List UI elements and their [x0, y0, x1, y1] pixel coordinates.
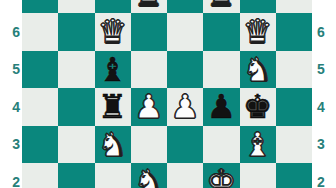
square-c2[interactable]: [95, 163, 131, 188]
square-g2[interactable]: [240, 163, 276, 188]
square-h3[interactable]: [276, 126, 312, 164]
rank-label-5-left: 5: [0, 60, 22, 78]
square-c5[interactable]: ♝: [95, 51, 131, 89]
square-d6[interactable]: [131, 13, 167, 51]
square-f5[interactable]: [203, 51, 239, 89]
square-e7[interactable]: [167, 0, 203, 13]
square-f3[interactable]: [203, 126, 239, 164]
square-d5[interactable]: [131, 51, 167, 89]
square-a7[interactable]: [22, 0, 58, 13]
square-e5[interactable]: [167, 51, 203, 89]
white-queen[interactable]: ♛: [95, 13, 131, 51]
white-king[interactable]: ♚: [203, 163, 239, 188]
square-g4[interactable]: ♚: [240, 88, 276, 126]
square-b3[interactable]: [58, 126, 94, 164]
square-e6[interactable]: [167, 13, 203, 51]
white-rook[interactable]: ♜: [203, 0, 239, 13]
square-b5[interactable]: [58, 51, 94, 89]
square-a6[interactable]: [22, 13, 58, 51]
chess-board-screenshot: ♜♜♛♛♝♞♜♟♟♟♚♞♝♞♚ 65432 65432: [0, 0, 336, 188]
square-g3[interactable]: ♝: [240, 126, 276, 164]
square-e2[interactable]: [167, 163, 203, 188]
black-bishop[interactable]: ♝: [95, 51, 131, 89]
rank-label-4-left: 4: [0, 98, 22, 116]
square-d7[interactable]: ♜: [131, 0, 167, 13]
square-h7[interactable]: [276, 0, 312, 13]
square-h2[interactable]: [276, 163, 312, 188]
square-b2[interactable]: [58, 163, 94, 188]
white-knight[interactable]: ♞: [131, 163, 167, 188]
square-g5[interactable]: ♞: [240, 51, 276, 89]
white-knight[interactable]: ♞: [240, 51, 276, 89]
chess-board[interactable]: ♜♜♛♛♝♞♜♟♟♟♚♞♝♞♚: [22, 0, 312, 188]
rank-label-6-right: 6: [317, 23, 336, 41]
square-a3[interactable]: [22, 126, 58, 164]
square-h5[interactable]: [276, 51, 312, 89]
square-c3[interactable]: ♞: [95, 126, 131, 164]
square-h4[interactable]: [276, 88, 312, 126]
square-a4[interactable]: [22, 88, 58, 126]
square-f2[interactable]: ♚: [203, 163, 239, 188]
black-pawn[interactable]: ♟: [203, 88, 239, 126]
rank-label-3-right: 3: [317, 135, 336, 153]
rank-label-3-left: 3: [0, 135, 22, 153]
square-d3[interactable]: [131, 126, 167, 164]
white-pawn[interactable]: ♟: [167, 88, 203, 126]
black-rook[interactable]: ♜: [95, 88, 131, 126]
square-f6[interactable]: [203, 13, 239, 51]
square-f7[interactable]: ♜: [203, 0, 239, 13]
square-e3[interactable]: [167, 126, 203, 164]
square-a2[interactable]: [22, 163, 58, 188]
square-f4[interactable]: ♟: [203, 88, 239, 126]
square-d4[interactable]: ♟: [131, 88, 167, 126]
rank-label-2-left: 2: [0, 173, 22, 188]
square-c4[interactable]: ♜: [95, 88, 131, 126]
square-d2[interactable]: ♞: [131, 163, 167, 188]
white-pawn[interactable]: ♟: [131, 88, 167, 126]
white-knight[interactable]: ♞: [95, 126, 131, 164]
square-b7[interactable]: [58, 0, 94, 13]
white-queen[interactable]: ♛: [240, 13, 276, 51]
white-rook[interactable]: ♜: [131, 0, 167, 13]
square-e4[interactable]: ♟: [167, 88, 203, 126]
rank-label-2-right: 2: [317, 173, 336, 188]
black-king[interactable]: ♚: [240, 88, 276, 126]
square-b6[interactable]: [58, 13, 94, 51]
square-c6[interactable]: ♛: [95, 13, 131, 51]
square-h6[interactable]: [276, 13, 312, 51]
white-bishop[interactable]: ♝: [240, 126, 276, 164]
square-a5[interactable]: [22, 51, 58, 89]
square-c7[interactable]: [95, 0, 131, 13]
square-g7[interactable]: [240, 0, 276, 13]
square-g6[interactable]: ♛: [240, 13, 276, 51]
rank-label-6-left: 6: [0, 23, 22, 41]
rank-label-4-right: 4: [317, 98, 336, 116]
rank-label-5-right: 5: [317, 60, 336, 78]
square-b4[interactable]: [58, 88, 94, 126]
